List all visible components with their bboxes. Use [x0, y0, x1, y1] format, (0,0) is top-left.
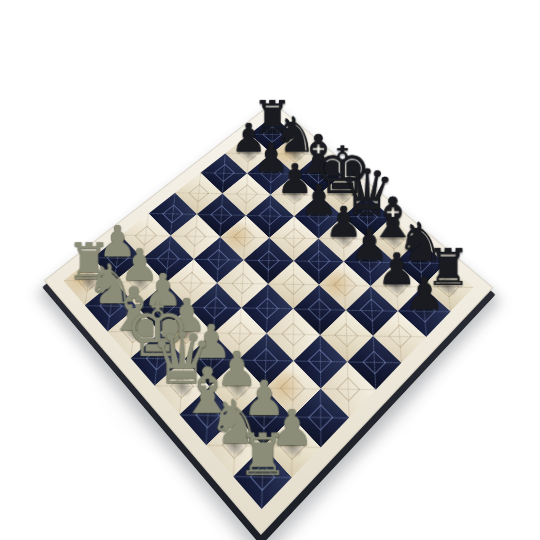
rook-glyph: ♜	[237, 426, 288, 483]
pawn-glyph: ♟	[404, 272, 444, 317]
perspective-wrapper: ♜♞♝♚♛♝♞♜♟♟♟♟♟♟♟♟♟♟♟♟♟♟♟♟♜♞♝♚♛♝♞♜	[0, 0, 540, 540]
square-a4[interactable]	[320, 362, 375, 418]
chess-board: ♜♞♝♚♛♝♞♜♟♟♟♟♟♟♟♟♟♟♟♟♟♟♟♟♜♞♝♚♛♝♞♜	[44, 102, 494, 535]
product-photo-scene: ♜♞♝♚♛♝♞♜♟♟♟♟♟♟♟♟♟♟♟♟♟♟♟♟♜♞♝♚♛♝♞♜	[0, 0, 540, 540]
square-a7[interactable]: ♟	[398, 287, 450, 337]
board-border: ♜♞♝♚♛♝♞♜♟♟♟♟♟♟♟♟♟♟♟♟♟♟♟♟♜♞♝♚♛♝♞♜	[44, 102, 494, 535]
square-a1[interactable]: ♜	[233, 446, 292, 509]
board-grid: ♜♞♝♚♛♝♞♜♟♟♟♟♟♟♟♟♟♟♟♟♟♟♟♟♜♞♝♚♛♝♞♜	[64, 116, 474, 509]
